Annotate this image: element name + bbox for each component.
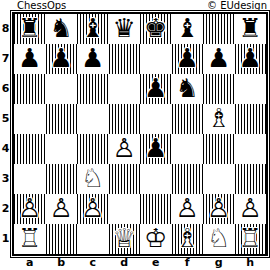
square-e2[interactable]	[140, 194, 172, 224]
white-pawn-fill: ♟	[77, 194, 109, 224]
square-g8[interactable]	[203, 14, 235, 44]
square-g4[interactable]	[203, 134, 235, 164]
rank-label-2: 2	[0, 194, 11, 224]
square-b7[interactable]: ♟♟	[46, 44, 78, 74]
white-pawn-fill: ♟	[203, 194, 235, 224]
square-d1[interactable]: ♛♕	[109, 224, 141, 254]
square-f5[interactable]	[172, 104, 204, 134]
square-c3[interactable]: ♞♘	[77, 164, 109, 194]
white-pawn-fill: ♟	[109, 134, 141, 164]
black-bishop-fill: ♝	[172, 14, 204, 44]
black-pawn-icon: ♟	[203, 44, 235, 74]
black-pawn-icon: ♟	[14, 44, 46, 74]
square-a7[interactable]: ♟♟	[14, 44, 46, 74]
rank-label-6: 6	[0, 74, 11, 104]
square-g5[interactable]: ♝♗	[203, 104, 235, 134]
black-knight-icon: ♞	[46, 14, 78, 44]
white-king-icon: ♔	[140, 224, 172, 254]
file-label-e: e	[140, 256, 172, 269]
copyright-label: © EUdesign	[207, 0, 267, 11]
square-b8[interactable]: ♞♞	[46, 14, 78, 44]
black-pawn-fill: ♟	[46, 44, 78, 74]
file-label-g: g	[203, 256, 235, 269]
white-pawn-fill: ♟	[14, 194, 46, 224]
square-a3[interactable]	[14, 164, 46, 194]
file-label-a: a	[14, 256, 46, 269]
white-rook-fill: ♜	[14, 224, 46, 254]
white-pawn-icon: ♙	[14, 194, 46, 224]
chess-board: ♜♜♞♞♝♝♛♛♚♚♝♝♜♜♟♟♟♟♟♟♟♟♟♟♟♟♟♟♞♞♝♗♟♙♟♟♞♘♟♙…	[12, 12, 268, 256]
file-label-b: b	[46, 256, 78, 269]
black-pawn-icon: ♟	[77, 44, 109, 74]
square-c4[interactable]	[77, 134, 109, 164]
black-bishop-fill: ♝	[77, 14, 109, 44]
black-queen-fill: ♛	[109, 14, 141, 44]
black-pawn-icon: ♟	[140, 134, 172, 164]
square-c5[interactable]	[77, 104, 109, 134]
black-rook-fill: ♜	[235, 14, 267, 44]
square-h1[interactable]: ♜♖	[235, 224, 267, 254]
black-pawn-fill: ♟	[172, 44, 204, 74]
square-g3[interactable]	[203, 164, 235, 194]
square-f8[interactable]: ♝♝	[172, 14, 204, 44]
black-pawn-fill: ♟	[14, 44, 46, 74]
file-label-d: d	[109, 256, 141, 269]
white-rook-fill: ♜	[235, 224, 267, 254]
square-g1[interactable]: ♞♘	[203, 224, 235, 254]
square-a2[interactable]: ♟♙	[14, 194, 46, 224]
white-king-fill: ♚	[140, 224, 172, 254]
black-pawn-icon: ♟	[46, 44, 78, 74]
square-a1[interactable]: ♜♖	[14, 224, 46, 254]
square-a5[interactable]	[14, 104, 46, 134]
white-bishop-icon: ♗	[172, 224, 204, 254]
black-pawn-fill: ♟	[140, 74, 172, 104]
square-f4[interactable]	[172, 134, 204, 164]
white-pawn-icon: ♙	[109, 134, 141, 164]
square-h3[interactable]	[235, 164, 267, 194]
square-d8[interactable]: ♛♛	[109, 14, 141, 44]
square-c8[interactable]: ♝♝	[77, 14, 109, 44]
white-rook-icon: ♖	[14, 224, 46, 254]
file-label-f: f	[172, 256, 204, 269]
square-b6[interactable]	[46, 74, 78, 104]
white-pawn-fill: ♟	[172, 194, 204, 224]
white-knight-fill: ♞	[203, 224, 235, 254]
square-e3[interactable]	[140, 164, 172, 194]
white-pawn-fill: ♟	[46, 194, 78, 224]
square-a4[interactable]	[14, 134, 46, 164]
square-f6[interactable]: ♞♞	[172, 74, 204, 104]
square-d4[interactable]: ♟♙	[109, 134, 141, 164]
square-h5[interactable]	[235, 104, 267, 134]
white-bishop-icon: ♗	[203, 104, 235, 134]
square-d5[interactable]	[109, 104, 141, 134]
black-rook-icon: ♜	[235, 14, 267, 44]
white-knight-fill: ♞	[77, 164, 109, 194]
square-b4[interactable]	[46, 134, 78, 164]
white-knight-icon: ♘	[77, 164, 109, 194]
black-pawn-fill: ♟	[235, 44, 267, 74]
square-h7[interactable]: ♟♟	[235, 44, 267, 74]
square-h2[interactable]: ♟♙	[235, 194, 267, 224]
square-f2[interactable]: ♟♙	[172, 194, 204, 224]
black-pawn-icon: ♟	[140, 74, 172, 104]
white-pawn-icon: ♙	[46, 194, 78, 224]
rank-label-1: 1	[0, 224, 11, 254]
rank-label-8: 8	[0, 14, 11, 44]
square-e7[interactable]	[140, 44, 172, 74]
black-queen-icon: ♛	[109, 14, 141, 44]
white-pawn-icon: ♙	[172, 194, 204, 224]
square-g7[interactable]: ♟♟	[203, 44, 235, 74]
square-c2[interactable]: ♟♙	[77, 194, 109, 224]
square-b1[interactable]	[46, 224, 78, 254]
square-g6[interactable]	[203, 74, 235, 104]
square-f1[interactable]: ♝♗	[172, 224, 204, 254]
square-b5[interactable]	[46, 104, 78, 134]
black-king-fill: ♚	[140, 14, 172, 44]
white-pawn-icon: ♙	[203, 194, 235, 224]
white-queen-icon: ♕	[109, 224, 141, 254]
white-bishop-fill: ♝	[203, 104, 235, 134]
black-knight-icon: ♞	[172, 74, 204, 104]
white-knight-icon: ♘	[203, 224, 235, 254]
square-c6[interactable]	[77, 74, 109, 104]
white-pawn-icon: ♙	[235, 194, 267, 224]
file-label-c: c	[77, 256, 109, 269]
black-king-icon: ♚	[140, 14, 172, 44]
white-pawn-icon: ♙	[77, 194, 109, 224]
square-e4[interactable]: ♟♟	[140, 134, 172, 164]
black-rook-icon: ♜	[14, 14, 46, 44]
black-bishop-icon: ♝	[172, 14, 204, 44]
square-e6[interactable]: ♟♟	[140, 74, 172, 104]
chessops-window: ChessOps © EUdesign 87654321 ♜♜♞♞♝♝♛♛♚♚♝…	[0, 0, 270, 270]
black-knight-fill: ♞	[46, 14, 78, 44]
square-h4[interactable]	[235, 134, 267, 164]
square-c1[interactable]	[77, 224, 109, 254]
rank-label-3: 3	[0, 164, 11, 194]
square-e8[interactable]: ♚♚	[140, 14, 172, 44]
square-g2[interactable]: ♟♙	[203, 194, 235, 224]
square-d2[interactable]	[109, 194, 141, 224]
square-f3[interactable]	[172, 164, 204, 194]
black-knight-fill: ♞	[172, 74, 204, 104]
rank-label-4: 4	[0, 134, 11, 164]
square-f7[interactable]: ♟♟	[172, 44, 204, 74]
square-h8[interactable]: ♜♜	[235, 14, 267, 44]
black-pawn-fill: ♟	[140, 134, 172, 164]
app-title: ChessOps	[17, 0, 66, 11]
square-d7[interactable]	[109, 44, 141, 74]
file-label-h: h	[235, 256, 267, 269]
square-d6[interactable]	[109, 74, 141, 104]
square-e5[interactable]	[140, 104, 172, 134]
black-pawn-icon: ♟	[235, 44, 267, 74]
black-rook-fill: ♜	[14, 14, 46, 44]
square-a8[interactable]: ♜♜	[14, 14, 46, 44]
square-e1[interactable]: ♚♔	[140, 224, 172, 254]
square-b3[interactable]	[46, 164, 78, 194]
white-bishop-fill: ♝	[172, 224, 204, 254]
white-queen-fill: ♛	[109, 224, 141, 254]
square-d3[interactable]	[109, 164, 141, 194]
header-bar: ChessOps © EUdesign	[0, 0, 270, 12]
square-h6[interactable]	[235, 74, 267, 104]
black-pawn-fill: ♟	[203, 44, 235, 74]
black-pawn-icon: ♟	[172, 44, 204, 74]
white-rook-icon: ♖	[235, 224, 267, 254]
rank-label-5: 5	[0, 104, 11, 134]
square-c7[interactable]: ♟♟	[77, 44, 109, 74]
black-bishop-icon: ♝	[77, 14, 109, 44]
white-pawn-fill: ♟	[235, 194, 267, 224]
rank-label-7: 7	[0, 44, 11, 74]
square-a6[interactable]	[14, 74, 46, 104]
square-b2[interactable]: ♟♙	[46, 194, 78, 224]
black-pawn-fill: ♟	[77, 44, 109, 74]
